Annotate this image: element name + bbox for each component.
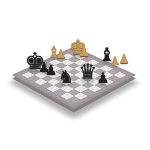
chess-photo-scene: ♝♟♚♟♟♟♚♟♟♞♛♟♝ (0, 0, 150, 150)
piece-black-bishop-a5: ♝ (99, 46, 116, 65)
piece-white-pawn-c2: ♟ (56, 48, 67, 60)
pieces-layer: ♝♟♚♟♟♟♚♟♟♞♛♟♝ (0, 0, 150, 150)
piece-black-queen-d6: ♛ (79, 62, 98, 83)
piece-black-pawn-f3: ♟ (45, 62, 58, 76)
piece-white-pawn-b4: ♟ (78, 45, 90, 59)
piece-black-knight-f5: ♞ (58, 68, 74, 86)
piece-white-pawn-a7: ♟ (118, 53, 129, 66)
piece-black-pawn-d7: ♟ (97, 71, 110, 86)
